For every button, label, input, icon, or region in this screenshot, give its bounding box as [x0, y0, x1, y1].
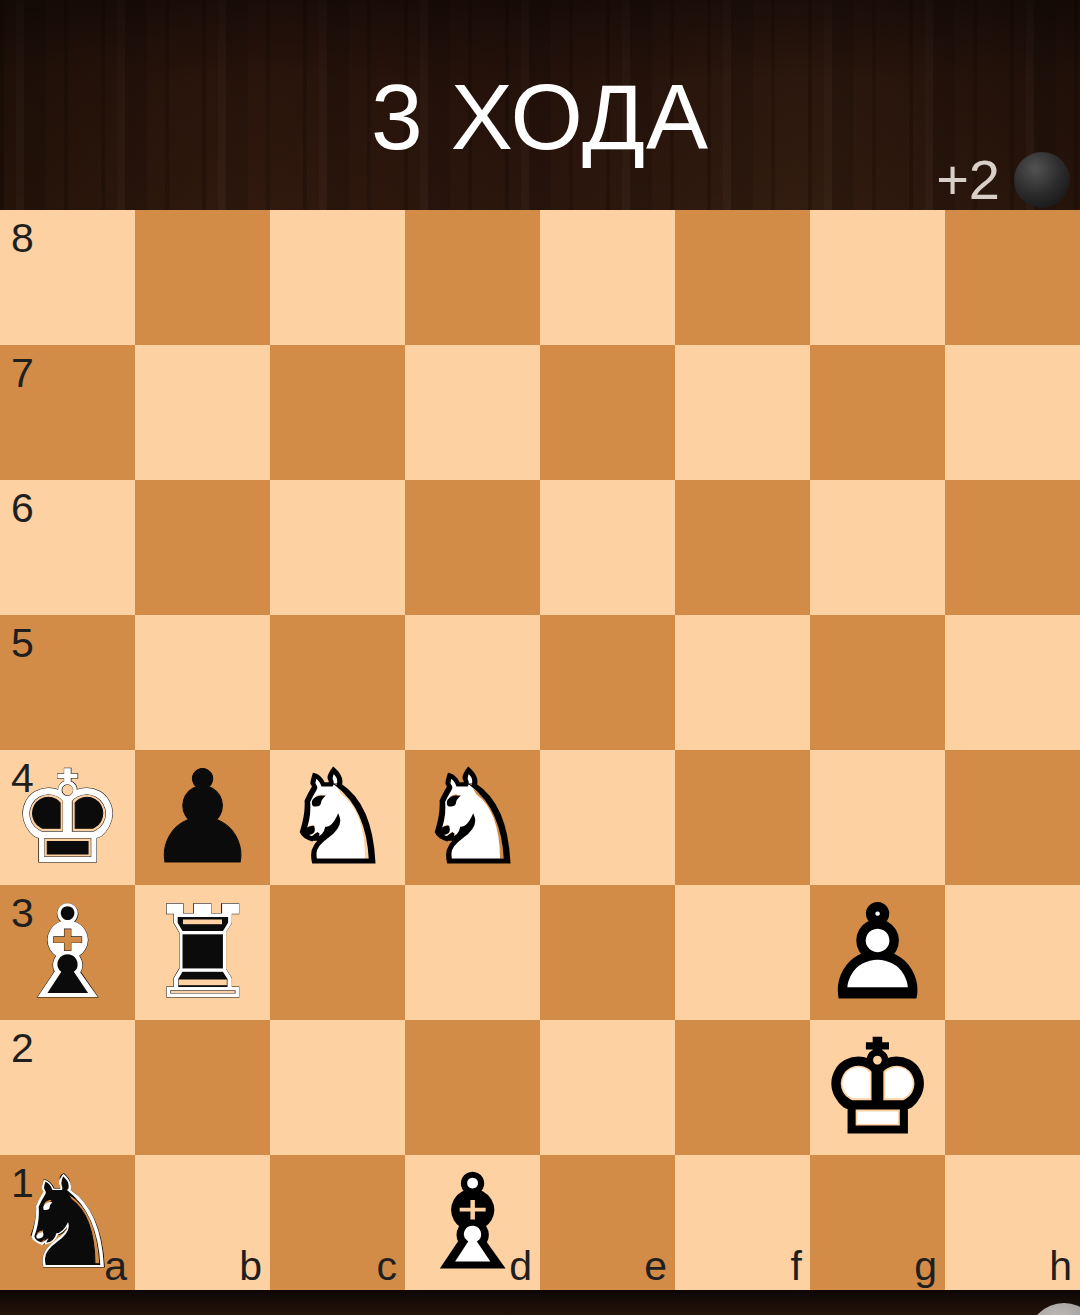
rank-label-8: 8 [11, 218, 34, 259]
square-g6[interactable] [810, 480, 945, 615]
square-c2[interactable] [270, 1020, 405, 1155]
square-a8[interactable]: 8 [0, 210, 135, 345]
square-d6[interactable] [405, 480, 540, 615]
square-e2[interactable] [540, 1020, 675, 1155]
footer-bar [0, 1290, 1080, 1315]
square-g5[interactable] [810, 615, 945, 750]
black-king[interactable]: ♚♔ [0, 750, 135, 885]
square-b8[interactable] [135, 210, 270, 345]
square-f5[interactable] [675, 615, 810, 750]
square-e6[interactable] [540, 480, 675, 615]
square-e5[interactable] [540, 615, 675, 750]
square-h6[interactable] [945, 480, 1080, 615]
square-c6[interactable] [270, 480, 405, 615]
square-g1[interactable]: g [810, 1155, 945, 1290]
square-d3[interactable] [405, 885, 540, 1020]
white-bishop[interactable]: ♝♗ [405, 1155, 540, 1290]
square-b2[interactable] [135, 1020, 270, 1155]
file-label-h: h [1049, 1246, 1072, 1287]
square-b3[interactable]: ♜♖ [135, 885, 270, 1020]
square-c4[interactable]: ♞♘ [270, 750, 405, 885]
square-f7[interactable] [675, 345, 810, 480]
square-e7[interactable] [540, 345, 675, 480]
square-f4[interactable] [675, 750, 810, 885]
square-d2[interactable] [405, 1020, 540, 1155]
black-turn-disc-icon [1014, 152, 1070, 208]
square-c1[interactable]: c [270, 1155, 405, 1290]
square-f8[interactable] [675, 210, 810, 345]
square-f2[interactable] [675, 1020, 810, 1155]
square-e3[interactable] [540, 885, 675, 1020]
rank-label-6: 6 [11, 488, 34, 529]
square-h4[interactable] [945, 750, 1080, 885]
file-label-f: f [791, 1246, 802, 1287]
square-a1[interactable]: 1a♞♘ [0, 1155, 135, 1290]
app-screen: 3 ХОДА +2 87654♚♔♟♞♘♞♘3♝♗♜♖♟♙2♚♔1a♞♘bcd♝… [0, 0, 1080, 1315]
partial-button[interactable] [1028, 1303, 1080, 1315]
square-a6[interactable]: 6 [0, 480, 135, 615]
square-h8[interactable] [945, 210, 1080, 345]
square-g8[interactable] [810, 210, 945, 345]
square-g7[interactable] [810, 345, 945, 480]
black-pawn[interactable]: ♟ [135, 750, 270, 885]
square-d8[interactable] [405, 210, 540, 345]
black-bishop[interactable]: ♝♗ [0, 885, 135, 1020]
square-f6[interactable] [675, 480, 810, 615]
square-d4[interactable]: ♞♘ [405, 750, 540, 885]
square-c8[interactable] [270, 210, 405, 345]
square-e4[interactable] [540, 750, 675, 885]
square-b7[interactable] [135, 345, 270, 480]
white-knight[interactable]: ♞♘ [405, 750, 540, 885]
square-h7[interactable] [945, 345, 1080, 480]
file-label-b: b [239, 1246, 262, 1287]
file-label-g: g [914, 1246, 937, 1287]
square-d5[interactable] [405, 615, 540, 750]
square-a5[interactable]: 5 [0, 615, 135, 750]
white-king[interactable]: ♚♔ [810, 1020, 945, 1155]
material-badge-text: +2 [936, 152, 1000, 208]
square-b4[interactable]: ♟ [135, 750, 270, 885]
square-a7[interactable]: 7 [0, 345, 135, 480]
material-badge: +2 [936, 150, 1070, 210]
square-b6[interactable] [135, 480, 270, 615]
puzzle-title: 3 ХОДА [0, 66, 1080, 168]
square-g2[interactable]: ♚♔ [810, 1020, 945, 1155]
black-knight[interactable]: ♞♘ [0, 1155, 135, 1290]
square-e8[interactable] [540, 210, 675, 345]
square-h2[interactable] [945, 1020, 1080, 1155]
rank-label-2: 2 [11, 1028, 34, 1069]
square-a3[interactable]: 3♝♗ [0, 885, 135, 1020]
chess-board: 87654♚♔♟♞♘♞♘3♝♗♜♖♟♙2♚♔1a♞♘bcd♝♗efgh [0, 210, 1080, 1290]
square-c7[interactable] [270, 345, 405, 480]
header: 3 ХОДА +2 [0, 0, 1080, 210]
square-f1[interactable]: f [675, 1155, 810, 1290]
square-f3[interactable] [675, 885, 810, 1020]
square-h1[interactable]: h [945, 1155, 1080, 1290]
square-h5[interactable] [945, 615, 1080, 750]
square-g3[interactable]: ♟♙ [810, 885, 945, 1020]
black-rook[interactable]: ♜♖ [135, 885, 270, 1020]
white-knight[interactable]: ♞♘ [270, 750, 405, 885]
file-label-c: c [377, 1246, 398, 1287]
rank-label-7: 7 [11, 353, 34, 394]
square-h3[interactable] [945, 885, 1080, 1020]
square-b1[interactable]: b [135, 1155, 270, 1290]
square-g4[interactable] [810, 750, 945, 885]
rank-label-5: 5 [11, 623, 34, 664]
square-e1[interactable]: e [540, 1155, 675, 1290]
square-d7[interactable] [405, 345, 540, 480]
square-d1[interactable]: d♝♗ [405, 1155, 540, 1290]
file-label-e: e [644, 1246, 667, 1287]
square-b5[interactable] [135, 615, 270, 750]
white-pawn[interactable]: ♟♙ [810, 885, 945, 1020]
square-c5[interactable] [270, 615, 405, 750]
square-a2[interactable]: 2 [0, 1020, 135, 1155]
square-c3[interactable] [270, 885, 405, 1020]
square-a4[interactable]: 4♚♔ [0, 750, 135, 885]
